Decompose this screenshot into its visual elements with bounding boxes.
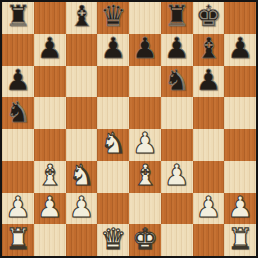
white-pawn-b2[interactable]: ♟ [37, 193, 63, 222]
square-b7[interactable]: ♟ [34, 34, 66, 66]
black-rook-a8[interactable]: ♜ [5, 2, 31, 31]
white-pawn-a2[interactable]: ♟ [5, 193, 31, 222]
white-king-e1[interactable]: ♚ [132, 225, 158, 254]
white-pawn-h2[interactable]: ♟ [227, 193, 253, 222]
square-g1[interactable] [193, 224, 225, 256]
square-e3[interactable]: ♝ [129, 161, 161, 193]
black-pawn-b7[interactable]: ♟ [37, 34, 63, 63]
square-a2[interactable]: ♟ [2, 193, 34, 225]
black-rook-f8[interactable]: ♜ [164, 2, 190, 31]
square-f1[interactable] [161, 224, 193, 256]
square-h7[interactable]: ♟ [224, 34, 256, 66]
square-g7[interactable]: ♝ [193, 34, 225, 66]
black-knight-f6[interactable]: ♞ [164, 66, 190, 95]
square-e4[interactable]: ♟ [129, 129, 161, 161]
white-pawn-e4[interactable]: ♟ [132, 129, 158, 158]
black-bishop-g7[interactable]: ♝ [195, 34, 221, 63]
square-a6[interactable]: ♟ [2, 66, 34, 98]
square-b4[interactable] [34, 129, 66, 161]
square-d3[interactable] [97, 161, 129, 193]
square-a3[interactable] [2, 161, 34, 193]
square-f8[interactable]: ♜ [161, 2, 193, 34]
black-pawn-h7[interactable]: ♟ [227, 34, 253, 63]
square-b5[interactable] [34, 97, 66, 129]
white-pawn-c2[interactable]: ♟ [68, 193, 94, 222]
square-h4[interactable] [224, 129, 256, 161]
square-a8[interactable]: ♜ [2, 2, 34, 34]
square-h8[interactable] [224, 2, 256, 34]
square-c6[interactable] [66, 66, 98, 98]
square-e6[interactable] [129, 66, 161, 98]
square-e8[interactable] [129, 2, 161, 34]
square-g3[interactable] [193, 161, 225, 193]
square-h6[interactable] [224, 66, 256, 98]
square-d6[interactable] [97, 66, 129, 98]
square-b8[interactable] [34, 2, 66, 34]
square-g2[interactable]: ♟ [193, 193, 225, 225]
square-e7[interactable]: ♟ [129, 34, 161, 66]
black-knight-a5[interactable]: ♞ [5, 98, 31, 127]
square-f7[interactable]: ♟ [161, 34, 193, 66]
square-g4[interactable] [193, 129, 225, 161]
white-knight-d4[interactable]: ♞ [100, 129, 126, 158]
square-b2[interactable]: ♟ [34, 193, 66, 225]
square-a7[interactable] [2, 34, 34, 66]
black-pawn-g6[interactable]: ♟ [195, 66, 221, 95]
square-b3[interactable]: ♝ [34, 161, 66, 193]
white-rook-a1[interactable]: ♜ [5, 225, 31, 254]
square-c5[interactable] [66, 97, 98, 129]
white-knight-c3[interactable]: ♞ [68, 161, 94, 190]
square-c7[interactable] [66, 34, 98, 66]
square-f6[interactable]: ♞ [161, 66, 193, 98]
square-g5[interactable] [193, 97, 225, 129]
black-pawn-e7[interactable]: ♟ [132, 34, 158, 63]
square-d5[interactable] [97, 97, 129, 129]
square-d4[interactable]: ♞ [97, 129, 129, 161]
square-a1[interactable]: ♜ [2, 224, 34, 256]
white-bishop-b3[interactable]: ♝ [37, 161, 63, 190]
black-king-g8[interactable]: ♚ [195, 2, 221, 31]
square-b6[interactable] [34, 66, 66, 98]
square-c4[interactable] [66, 129, 98, 161]
square-f3[interactable]: ♟ [161, 161, 193, 193]
square-b1[interactable] [34, 224, 66, 256]
white-pawn-g2[interactable]: ♟ [195, 193, 221, 222]
square-f5[interactable] [161, 97, 193, 129]
white-bishop-e3[interactable]: ♝ [132, 161, 158, 190]
square-h2[interactable]: ♟ [224, 193, 256, 225]
black-pawn-d7[interactable]: ♟ [100, 34, 126, 63]
white-queen-d1[interactable]: ♛ [100, 225, 126, 254]
square-h3[interactable] [224, 161, 256, 193]
black-pawn-f7[interactable]: ♟ [164, 34, 190, 63]
black-bishop-c8[interactable]: ♝ [68, 2, 94, 31]
square-e5[interactable] [129, 97, 161, 129]
square-e2[interactable] [129, 193, 161, 225]
square-g8[interactable]: ♚ [193, 2, 225, 34]
black-pawn-a6[interactable]: ♟ [5, 66, 31, 95]
square-g6[interactable]: ♟ [193, 66, 225, 98]
square-h1[interactable]: ♜ [224, 224, 256, 256]
square-c8[interactable]: ♝ [66, 2, 98, 34]
chess-board: ♜♝♛♜♚♟♟♟♟♝♟♟♞♟♞♞♟♝♞♝♟♟♟♟♟♟♜♛♚♜ [0, 0, 258, 258]
white-rook-h1[interactable]: ♜ [227, 225, 253, 254]
square-f2[interactable] [161, 193, 193, 225]
square-e1[interactable]: ♚ [129, 224, 161, 256]
square-c2[interactable]: ♟ [66, 193, 98, 225]
square-h5[interactable] [224, 97, 256, 129]
square-d7[interactable]: ♟ [97, 34, 129, 66]
square-d2[interactable] [97, 193, 129, 225]
square-d1[interactable]: ♛ [97, 224, 129, 256]
black-queen-d8[interactable]: ♛ [100, 2, 126, 31]
square-a5[interactable]: ♞ [2, 97, 34, 129]
square-c3[interactable]: ♞ [66, 161, 98, 193]
square-a4[interactable] [2, 129, 34, 161]
square-f4[interactable] [161, 129, 193, 161]
square-c1[interactable] [66, 224, 98, 256]
white-pawn-f3[interactable]: ♟ [164, 161, 190, 190]
square-d8[interactable]: ♛ [97, 2, 129, 34]
